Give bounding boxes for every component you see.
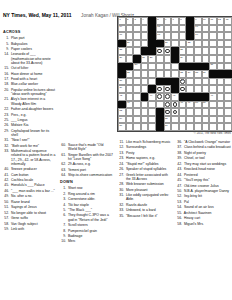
grid-cell[interactable]	[133, 32, 141, 40]
clue-number: 58.	[176, 222, 182, 226]
grid-cell[interactable]: 29	[179, 55, 187, 63]
black-cell	[186, 17, 194, 25]
cell-number: 12	[218, 18, 221, 21]
cell-number: 9	[195, 18, 196, 21]
grid-cell[interactable]	[217, 108, 225, 116]
grid-cell[interactable]: 40	[156, 85, 164, 93]
grid-cell[interactable]: 7	[171, 17, 179, 25]
grid-cell[interactable]: 42	[179, 85, 187, 93]
grid-cell[interactable]: 32	[126, 70, 134, 78]
grid-cell[interactable]: 44	[148, 93, 156, 101]
cell-number: 21	[165, 41, 168, 44]
grid-cell[interactable]	[224, 101, 232, 109]
grid-cell[interactable]	[224, 25, 232, 33]
cell-number: 23	[119, 48, 122, 51]
clue-number: 61.	[60, 153, 66, 157]
grid-cell[interactable]	[133, 101, 141, 109]
grid-cell[interactable]: 13	[224, 17, 232, 25]
grid-cell[interactable]	[133, 123, 141, 131]
grid-cell[interactable]	[164, 101, 172, 109]
grid-cell[interactable]	[209, 101, 217, 109]
black-cell	[156, 78, 164, 86]
grid-cell[interactable]	[156, 93, 164, 101]
grid-cell[interactable]	[224, 123, 232, 131]
clue-item: 10. Merc	[60, 239, 113, 243]
clue-item: 50. N.B.A. player/manager Danny	[176, 189, 231, 193]
grid-cell[interactable]: 5	[156, 17, 164, 25]
grid-cell[interactable]	[194, 78, 202, 86]
clue-number: 2.	[60, 192, 66, 196]
cell-number: 52	[119, 109, 122, 112]
clue-number: 1.	[3, 36, 9, 40]
grid-cell[interactable]	[141, 63, 149, 71]
grid-cell[interactable]	[209, 40, 217, 48]
grid-cell[interactable]: 55	[164, 116, 172, 124]
clue-item: 40. Sneeze producer	[3, 167, 56, 171]
grid-cell[interactable]: 21	[164, 40, 172, 48]
grid-cell[interactable]	[126, 25, 134, 33]
cell-number: 29	[180, 56, 183, 59]
grid-cell[interactable]	[126, 47, 134, 55]
grid-cell[interactable]	[179, 32, 187, 40]
grid-cell[interactable]	[141, 108, 149, 116]
clue-number: 58.	[3, 222, 9, 226]
cell-number: 43	[119, 94, 122, 97]
grid-cell[interactable]: 37	[118, 78, 126, 86]
grid-cell[interactable]	[156, 55, 164, 63]
grid-cell[interactable]: 19	[194, 32, 202, 40]
grid-cell[interactable]: 34	[186, 70, 194, 78]
grid-cell[interactable]: 31	[209, 63, 217, 71]
clue-number: 16.	[3, 72, 9, 76]
circle-marker	[165, 110, 170, 115]
grid-cell[interactable]	[194, 123, 202, 131]
grid-cell[interactable]	[171, 108, 179, 116]
grid-cell[interactable]: 56	[118, 123, 126, 131]
grid-cell[interactable]	[186, 47, 194, 55]
grid-cell[interactable]	[202, 40, 210, 48]
grid-cell[interactable]: 26	[118, 55, 126, 63]
grid-cell[interactable]	[141, 116, 149, 124]
clue-number: 12.	[118, 145, 124, 149]
black-cell	[118, 101, 126, 109]
grid-cell[interactable]	[133, 25, 141, 33]
clue-number: 46.	[3, 189, 9, 193]
black-cell	[148, 25, 156, 33]
grid-cell[interactable]	[179, 25, 187, 33]
grid-cell[interactable]	[224, 55, 232, 63]
grid-cell[interactable]	[209, 123, 217, 131]
grid-cell[interactable]	[148, 101, 156, 109]
cell-number: 10	[203, 18, 206, 21]
circle-marker	[165, 94, 170, 99]
grid-cell[interactable]	[171, 101, 179, 109]
clue-number: 42.	[176, 162, 182, 166]
cell-number: 46	[211, 94, 214, 97]
grid-cell[interactable]	[224, 47, 232, 55]
grid-cell[interactable]: 17	[118, 32, 126, 40]
grid-cell[interactable]	[202, 116, 210, 124]
grid-cell[interactable]	[141, 101, 149, 109]
clue-number: 25.	[3, 118, 9, 122]
circle-marker	[157, 94, 162, 99]
grid-cell[interactable]: 27	[141, 55, 149, 63]
grid-cell[interactable]	[217, 25, 225, 33]
clue-item: 59. Link with	[3, 227, 56, 231]
grid-cell[interactable]	[133, 108, 141, 116]
grid-cell[interactable]	[141, 40, 149, 48]
clue-item: 21. Alvy's love interest in a Woody Alle…	[3, 97, 56, 105]
grid-cell[interactable]	[171, 123, 179, 131]
grid-cell[interactable]	[148, 108, 156, 116]
clue-number: 29.	[3, 129, 9, 133]
black-cell	[171, 78, 179, 86]
grid-cell[interactable]: 2	[126, 17, 134, 25]
clue-item: 8. Pumpernickel grain	[60, 229, 113, 233]
clue-item: 20. Popular online lectures about "ideas…	[3, 88, 56, 96]
cell-number: 54	[119, 117, 122, 120]
black-cell	[164, 78, 172, 86]
clue-item: 1. Plan part	[3, 36, 56, 40]
clue-number: 47.	[176, 184, 182, 188]
grid-cell[interactable]	[224, 116, 232, 124]
grid-cell[interactable]: 54	[118, 116, 126, 124]
grid-cell[interactable]	[217, 93, 225, 101]
grid-cell[interactable]: 8	[179, 17, 187, 25]
clue-item: 32. Razzle-dazzle	[118, 203, 171, 207]
black-cell	[194, 93, 202, 101]
grid-cell[interactable]: 33	[179, 70, 187, 78]
clue-item: 13. Pesty	[118, 151, 171, 155]
clue-item: 31. Like oddly conjugated verbs: Abbr.	[118, 193, 171, 201]
grid-cell[interactable]	[179, 40, 187, 48]
grid-cell[interactable]: 38	[179, 78, 187, 86]
grid-cell[interactable]	[209, 116, 217, 124]
grid-cell[interactable]	[126, 32, 134, 40]
clue-item: 61. Singer Bareilles with the 2007 hit "…	[60, 153, 113, 161]
grid-cell[interactable]	[202, 47, 210, 55]
clue-number: 8.	[60, 229, 66, 233]
clue-number: 14.	[3, 52, 9, 56]
grid-cell[interactable]: 30	[133, 63, 141, 71]
grid-cell[interactable]	[217, 55, 225, 63]
clue-item: 18. Blue-collar worker	[3, 82, 56, 86]
grid-cell[interactable]	[209, 55, 217, 63]
grid-cell[interactable]	[164, 25, 172, 33]
grid-cell[interactable]	[141, 123, 149, 131]
clue-item: 11. Like much Schoenberg music	[118, 140, 171, 144]
black-cell	[118, 40, 126, 48]
clue-item: 12. Surroundings	[118, 145, 171, 149]
cell-number: 16	[195, 25, 198, 28]
grid-cell[interactable]: 46	[209, 93, 217, 101]
grid-cell[interactable]	[209, 25, 217, 33]
grid-cell[interactable]: 43	[118, 93, 126, 101]
black-cell	[118, 63, 126, 71]
grid-cell[interactable]	[164, 63, 172, 71]
clue-item: 45. Honolulu's ___ Palace	[3, 183, 56, 187]
grid-cell[interactable]	[209, 47, 217, 55]
grid-cell[interactable]	[148, 123, 156, 131]
grid-cell[interactable]: 10	[202, 17, 210, 25]
grid-cell[interactable]	[224, 108, 232, 116]
grid-cell[interactable]	[217, 78, 225, 86]
grid-cell[interactable]	[179, 108, 187, 116]
grid-cell[interactable]	[224, 93, 232, 101]
black-cell	[224, 70, 232, 78]
grid-cell[interactable]: 48	[179, 101, 187, 109]
grid-cell[interactable]	[126, 93, 134, 101]
clue-item: 14. Leonardo of ___ (mathematician who w…	[3, 52, 56, 64]
grid-cell[interactable]: 45	[171, 93, 179, 101]
grid-cell[interactable]	[126, 55, 134, 63]
clue-item: 3. Cornerstone abbr.	[60, 197, 113, 201]
grid-cell[interactable]: 16	[194, 25, 202, 33]
black-cell	[148, 47, 156, 55]
clue-number: 30.	[118, 188, 124, 192]
clue-item: 44. Pestered	[176, 173, 231, 177]
grid-cell[interactable]	[171, 32, 179, 40]
cell-number: 7	[173, 18, 174, 21]
grid-cell[interactable]	[148, 116, 156, 124]
clue-number: 9.	[3, 47, 9, 51]
black-cell	[156, 116, 164, 124]
grid-cell[interactable]	[141, 25, 149, 33]
grid-cell[interactable]: 36	[202, 70, 210, 78]
cell-number: 28	[150, 56, 153, 59]
grid-cell[interactable]	[186, 123, 194, 131]
grid-cell[interactable]	[194, 47, 202, 55]
grid-cell[interactable]	[224, 78, 232, 86]
grid-cell[interactable]: 51	[202, 101, 210, 109]
grid-cell[interactable]	[217, 123, 225, 131]
grid-cell[interactable]	[202, 123, 210, 131]
grid-cell[interactable]	[224, 63, 232, 71]
grid-cell[interactable]	[133, 70, 141, 78]
crossword-grid[interactable]: 1234567891011121314151617181920212223242…	[117, 16, 232, 132]
grid-cell[interactable]	[156, 101, 164, 109]
down-clue-column-2: 11. Like much Schoenberg music12. Surrou…	[118, 140, 171, 219]
clue-item: 52. Itsy-bitsy bit	[176, 194, 231, 198]
grid-cell[interactable]: 24	[156, 47, 164, 55]
cell-number: 15	[157, 25, 160, 28]
grid-cell[interactable]	[217, 32, 225, 40]
grid-cell[interactable]	[194, 108, 202, 116]
grid-cell[interactable]	[202, 78, 210, 86]
clue-item: 58. Van Gogh subject	[3, 222, 56, 226]
grid-cell[interactable]	[141, 85, 149, 93]
grid-cell[interactable]	[133, 47, 141, 55]
grid-cell[interactable]	[217, 116, 225, 124]
grid-cell[interactable]	[217, 101, 225, 109]
grid-cell[interactable]: 11	[209, 17, 217, 25]
clue-item: 56. Heavy cart	[176, 216, 231, 220]
grid-cell[interactable]	[133, 85, 141, 93]
grid-cell[interactable]: 41	[164, 85, 172, 93]
grid-cell[interactable]	[202, 32, 210, 40]
grid-cell[interactable]	[186, 78, 194, 86]
clue-number: 43.	[176, 167, 182, 171]
grid-cell[interactable]	[186, 108, 194, 116]
grid-cell[interactable]	[133, 40, 141, 48]
clue-item: 58. Miguel's Mrs.	[176, 222, 231, 226]
grid-cell[interactable]	[133, 93, 141, 101]
grid-cell[interactable]	[126, 116, 134, 124]
grid-cell[interactable]	[202, 85, 210, 93]
grid-cell[interactable]	[202, 108, 210, 116]
clue-item: 54. Sound of an air kiss	[176, 205, 231, 209]
grid-cell[interactable]	[133, 78, 141, 86]
clue-number: 13.	[118, 151, 124, 155]
clue-item: 9. Badinage	[60, 234, 113, 238]
grid-cell[interactable]	[141, 32, 149, 40]
mixed-clue-column: 60. Sauce that's made "Old World Style"6…	[60, 143, 113, 245]
grid-cell[interactable]	[209, 78, 217, 86]
across-header: ACROSS	[3, 30, 56, 35]
grid-cell[interactable]	[171, 40, 179, 48]
circle-marker	[157, 87, 162, 92]
clue-item: 31. "Now I see!"	[3, 138, 56, 142]
grid-cell[interactable]	[164, 70, 172, 78]
clue-number: 51.	[3, 205, 9, 209]
grid-cell[interactable]: 4	[141, 17, 149, 25]
clue-number: 32.	[3, 144, 9, 148]
black-cell	[156, 123, 164, 131]
grid-cell[interactable]	[194, 55, 202, 63]
grid-cell[interactable]	[141, 78, 149, 86]
black-cell	[179, 63, 187, 71]
grid-cell[interactable]	[209, 32, 217, 40]
grid-cell[interactable]	[217, 47, 225, 55]
grid-cell[interactable]	[156, 70, 164, 78]
grid-cell[interactable]	[171, 116, 179, 124]
grid-cell[interactable]	[171, 63, 179, 71]
clue-item: 23. Homo sapiens, e.g.	[118, 156, 171, 160]
clue-number: 5.	[3, 42, 9, 46]
grid-cell[interactable]: 52	[118, 108, 126, 116]
grid-cell[interactable]	[194, 85, 202, 93]
grid-cell[interactable]: 3	[133, 17, 141, 25]
grid-cell[interactable]: 20	[126, 40, 134, 48]
black-cell	[148, 17, 156, 25]
black-cell	[148, 85, 156, 93]
grid-cell[interactable]	[194, 116, 202, 124]
clue-item: 47. Old-time crooner Julius	[176, 184, 231, 188]
grid-cell[interactable]	[217, 40, 225, 48]
cell-number: 48	[180, 101, 183, 104]
cell-number: 30	[135, 63, 138, 66]
clue-number: 39.	[176, 156, 182, 160]
grid-cell[interactable]: 14	[118, 25, 126, 33]
grid-cell[interactable]	[217, 85, 225, 93]
across-clue-column: ACROSS 1. Plan part5. Babycakes9. Paper …	[3, 30, 56, 232]
grid-cell[interactable]	[186, 55, 194, 63]
clue-number: 38.	[176, 151, 182, 155]
clue-number: 33.	[3, 149, 9, 153]
grid-cell[interactable]	[164, 47, 172, 55]
grid-cell[interactable]: 28	[148, 55, 156, 63]
clue-number: 35.	[118, 214, 124, 218]
grid-cell[interactable]	[164, 93, 172, 101]
black-cell	[186, 63, 194, 71]
grid-cell[interactable]: 35	[194, 70, 202, 78]
grid-cell[interactable]	[224, 85, 232, 93]
clue-item: 49. No. after a no.	[3, 194, 56, 198]
grid-cell[interactable]: 49	[186, 101, 194, 109]
grid-cell[interactable]	[156, 63, 164, 71]
grid-cell[interactable]	[171, 25, 179, 33]
grid-cell[interactable]: 6	[164, 17, 172, 25]
grid-cell[interactable]: 1	[118, 17, 126, 25]
cell-number: 56	[119, 124, 122, 127]
grid-cell[interactable]: 12	[217, 17, 225, 25]
grid-cell[interactable]	[148, 70, 156, 78]
clue-number: 23.	[3, 113, 9, 117]
grid-cell[interactable]: 18	[156, 32, 164, 40]
grid-cell[interactable]: 22	[186, 40, 194, 48]
grid-cell[interactable]	[126, 85, 134, 93]
clue-number: 45.	[3, 183, 9, 187]
black-cell	[194, 63, 202, 71]
grid-cell[interactable]	[194, 40, 202, 48]
down-header: DOWN	[60, 180, 113, 185]
grid-cell[interactable]	[164, 55, 172, 63]
grid-cell[interactable]: 25	[179, 47, 187, 55]
clue-item: 51. Sayings of Jesus	[3, 205, 56, 209]
grid-cell[interactable]	[141, 70, 149, 78]
grid-cell[interactable]: 9	[194, 17, 202, 25]
grid-cell[interactable]	[179, 123, 187, 131]
clue-item: 39. Chisel, or tool	[176, 156, 231, 160]
grid-cell[interactable]	[186, 85, 194, 93]
grid-cell[interactable]	[209, 85, 217, 93]
clue-item: 7. Scroll storers	[60, 223, 113, 227]
clue-number: 42.	[3, 178, 9, 182]
grid-cell[interactable]: 23	[118, 47, 126, 55]
grid-cell[interactable]	[126, 78, 134, 86]
grid-cell[interactable]	[133, 116, 141, 124]
grid-cell[interactable]: 50	[194, 101, 202, 109]
grid-cell[interactable]: 53	[164, 108, 172, 116]
grid-cell[interactable]	[224, 40, 232, 48]
grid-cell[interactable]	[217, 63, 225, 71]
grid-cell[interactable]	[179, 116, 187, 124]
cell-number: 20	[127, 41, 130, 44]
grid-cell[interactable]	[224, 32, 232, 40]
grid-cell[interactable]: 39	[118, 85, 126, 93]
clue-item: 46. "___ man walks into a bar ..."	[3, 189, 56, 193]
grid-cell[interactable]	[164, 32, 172, 40]
grid-cell[interactable]: 15	[156, 25, 164, 33]
grid-cell[interactable]	[171, 70, 179, 78]
black-cell	[148, 40, 156, 48]
grid-cell[interactable]	[202, 25, 210, 33]
grid-cell[interactable]	[202, 55, 210, 63]
grid-cell[interactable]	[186, 116, 194, 124]
grid-cell[interactable]: 57	[164, 123, 172, 131]
clue-item: 26. Speaker of stupid syllables	[118, 167, 171, 171]
grid-cell[interactable]	[209, 108, 217, 116]
grid-cell[interactable]	[148, 63, 156, 71]
black-cell	[141, 93, 149, 101]
grid-cell[interactable]	[126, 123, 134, 131]
grid-cell[interactable]: 47	[126, 101, 134, 109]
cell-number: 26	[119, 56, 122, 59]
circle-marker	[173, 102, 178, 107]
grid-cell[interactable]	[148, 78, 156, 86]
clue-item: 6. They thought C-3PO was a god in "Retu…	[60, 213, 113, 221]
grid-cell[interactable]	[126, 108, 134, 116]
